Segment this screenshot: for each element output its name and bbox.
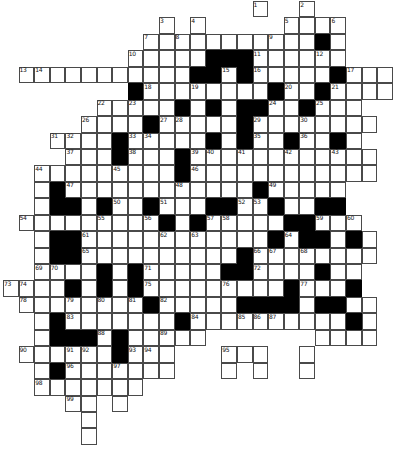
cell[interactable] — [221, 116, 237, 132]
cell[interactable] — [268, 50, 284, 66]
cell[interactable] — [112, 100, 128, 116]
cell[interactable] — [206, 34, 222, 50]
cell[interactable] — [112, 280, 128, 296]
cell[interactable] — [159, 346, 175, 362]
cell[interactable] — [34, 363, 50, 379]
cell[interactable] — [159, 149, 175, 165]
cell[interactable]: 50 — [112, 198, 128, 214]
cell[interactable] — [112, 231, 128, 247]
cell[interactable]: 62 — [159, 231, 175, 247]
cell[interactable] — [143, 330, 159, 346]
cell[interactable] — [112, 313, 128, 329]
cell[interactable]: 66 — [253, 248, 269, 264]
cell[interactable] — [206, 264, 222, 280]
cell[interactable] — [128, 379, 144, 395]
cell[interactable]: 44 — [34, 165, 50, 181]
cell[interactable] — [377, 67, 393, 83]
cell[interactable] — [190, 280, 206, 296]
cell[interactable] — [299, 264, 315, 280]
cell[interactable] — [362, 297, 378, 313]
cell[interactable] — [299, 34, 315, 50]
cell[interactable]: 35 — [253, 133, 269, 149]
cell[interactable]: 70 — [50, 264, 66, 280]
cell[interactable]: 6 — [330, 17, 346, 33]
cell[interactable] — [237, 346, 253, 362]
cell[interactable] — [315, 165, 331, 181]
cell[interactable] — [143, 50, 159, 66]
cell[interactable] — [221, 149, 237, 165]
cell[interactable] — [299, 149, 315, 165]
cell[interactable] — [97, 248, 113, 264]
cell[interactable]: 78 — [19, 297, 35, 313]
cell[interactable] — [237, 231, 253, 247]
cell[interactable] — [65, 165, 81, 181]
cell[interactable] — [81, 165, 97, 181]
cell[interactable] — [128, 313, 144, 329]
cell[interactable]: 26 — [81, 116, 97, 132]
cell[interactable] — [159, 50, 175, 66]
cell[interactable] — [253, 231, 269, 247]
cell[interactable] — [97, 231, 113, 247]
cell[interactable] — [330, 182, 346, 198]
cell[interactable] — [221, 165, 237, 181]
cell[interactable] — [315, 133, 331, 149]
cell[interactable] — [175, 67, 191, 83]
cell[interactable] — [112, 116, 128, 132]
cell[interactable] — [143, 248, 159, 264]
cell[interactable]: 42 — [284, 149, 300, 165]
cell[interactable] — [284, 313, 300, 329]
cell[interactable] — [143, 231, 159, 247]
cell[interactable] — [190, 248, 206, 264]
cell[interactable] — [81, 149, 97, 165]
cell[interactable] — [253, 83, 269, 99]
cell[interactable]: 64 — [284, 231, 300, 247]
cell[interactable]: 18 — [143, 83, 159, 99]
cell[interactable]: 30 — [299, 116, 315, 132]
cell[interactable]: 68 — [299, 248, 315, 264]
cell[interactable] — [284, 100, 300, 116]
cell[interactable] — [159, 165, 175, 181]
cell[interactable]: 15 — [221, 67, 237, 83]
cell[interactable]: 9 — [268, 34, 284, 50]
cell[interactable]: 85 — [237, 313, 253, 329]
cell[interactable]: 41 — [237, 149, 253, 165]
cell[interactable] — [206, 248, 222, 264]
cell[interactable] — [34, 297, 50, 313]
cell[interactable] — [253, 215, 269, 231]
cell[interactable] — [143, 182, 159, 198]
cell[interactable] — [362, 231, 378, 247]
cell[interactable]: 81 — [128, 297, 144, 313]
cell[interactable] — [175, 83, 191, 99]
cell[interactable] — [268, 67, 284, 83]
cell[interactable]: 69 — [34, 264, 50, 280]
cell[interactable]: 79 — [65, 297, 81, 313]
cell[interactable] — [330, 215, 346, 231]
cell[interactable] — [112, 264, 128, 280]
cell[interactable]: 46 — [190, 165, 206, 181]
cell[interactable] — [50, 165, 66, 181]
cell[interactable] — [206, 165, 222, 181]
cell[interactable]: 77 — [299, 280, 315, 296]
cell[interactable]: 65 — [81, 248, 97, 264]
cell[interactable] — [112, 379, 128, 395]
cell[interactable]: 86 — [253, 313, 269, 329]
cell[interactable]: 22 — [97, 100, 113, 116]
cell[interactable] — [284, 264, 300, 280]
cell[interactable]: 29 — [253, 116, 269, 132]
cell[interactable]: 45 — [112, 165, 128, 181]
cell[interactable] — [315, 248, 331, 264]
cell[interactable] — [221, 313, 237, 329]
cell[interactable] — [253, 346, 269, 362]
cell[interactable] — [50, 346, 66, 362]
cell[interactable] — [143, 100, 159, 116]
cell[interactable] — [377, 83, 393, 99]
cell[interactable] — [268, 165, 284, 181]
cell[interactable] — [330, 280, 346, 296]
cell[interactable] — [206, 83, 222, 99]
cell[interactable] — [330, 34, 346, 50]
cell[interactable] — [284, 182, 300, 198]
cell[interactable] — [81, 428, 97, 444]
cell[interactable] — [112, 248, 128, 264]
cell[interactable] — [34, 346, 50, 362]
cell[interactable]: 53 — [253, 198, 269, 214]
cell[interactable] — [97, 116, 113, 132]
cell[interactable]: 32 — [65, 133, 81, 149]
cell[interactable] — [97, 363, 113, 379]
cell[interactable] — [97, 313, 113, 329]
cell[interactable]: 4 — [190, 17, 206, 33]
cell[interactable] — [237, 165, 253, 181]
cell[interactable] — [190, 330, 206, 346]
cell[interactable]: 87 — [268, 313, 284, 329]
cell[interactable] — [159, 264, 175, 280]
cell[interactable] — [206, 231, 222, 247]
cell[interactable] — [159, 133, 175, 149]
cell[interactable] — [346, 116, 362, 132]
cell[interactable]: 63 — [190, 231, 206, 247]
cell[interactable] — [315, 67, 331, 83]
cell[interactable] — [34, 313, 50, 329]
cell[interactable] — [97, 182, 113, 198]
cell[interactable] — [237, 280, 253, 296]
cell[interactable] — [221, 100, 237, 116]
cell[interactable] — [315, 182, 331, 198]
cell[interactable] — [97, 149, 113, 165]
cell[interactable] — [81, 313, 97, 329]
cell[interactable] — [143, 165, 159, 181]
cell[interactable] — [206, 297, 222, 313]
cell[interactable] — [315, 17, 331, 33]
cell[interactable] — [315, 313, 331, 329]
cell[interactable] — [65, 264, 81, 280]
cell[interactable] — [112, 182, 128, 198]
cell[interactable]: 27 — [159, 116, 175, 132]
cell[interactable] — [315, 330, 331, 346]
cell[interactable] — [81, 133, 97, 149]
cell[interactable] — [268, 149, 284, 165]
cell[interactable] — [330, 248, 346, 264]
cell[interactable]: 60 — [346, 215, 362, 231]
cell[interactable] — [190, 50, 206, 66]
cell[interactable]: 80 — [97, 297, 113, 313]
cell[interactable] — [268, 264, 284, 280]
cell[interactable] — [81, 67, 97, 83]
cell[interactable]: 91 — [65, 346, 81, 362]
cell[interactable]: 83 — [65, 313, 81, 329]
cell[interactable] — [346, 83, 362, 99]
cell[interactable] — [299, 297, 315, 313]
cell[interactable] — [206, 313, 222, 329]
cell[interactable]: 52 — [237, 198, 253, 214]
cell[interactable]: 55 — [97, 215, 113, 231]
cell[interactable]: 67 — [268, 248, 284, 264]
cell[interactable] — [299, 67, 315, 83]
cell[interactable]: 92 — [81, 346, 97, 362]
cell[interactable]: 38 — [128, 149, 144, 165]
cell[interactable] — [346, 297, 362, 313]
cell[interactable] — [65, 67, 81, 83]
cell[interactable] — [190, 198, 206, 214]
cell[interactable] — [81, 280, 97, 296]
cell[interactable]: 56 — [143, 215, 159, 231]
cell[interactable]: 12 — [315, 50, 331, 66]
cell[interactable] — [346, 100, 362, 116]
cell[interactable] — [97, 67, 113, 83]
cell[interactable] — [81, 412, 97, 428]
cell[interactable]: 58 — [221, 215, 237, 231]
cell[interactable]: 23 — [128, 100, 144, 116]
cell[interactable] — [175, 231, 191, 247]
cell[interactable] — [143, 67, 159, 83]
cell[interactable] — [143, 149, 159, 165]
cell[interactable] — [128, 248, 144, 264]
cell[interactable] — [330, 100, 346, 116]
cell[interactable] — [221, 248, 237, 264]
cell[interactable] — [34, 231, 50, 247]
cell[interactable] — [34, 182, 50, 198]
cell[interactable] — [299, 17, 315, 33]
cell[interactable] — [65, 215, 81, 231]
cell[interactable] — [284, 248, 300, 264]
cell[interactable] — [175, 50, 191, 66]
cell[interactable]: 74 — [19, 280, 35, 296]
cell[interactable] — [346, 330, 362, 346]
cell[interactable] — [237, 83, 253, 99]
cell[interactable]: 33 — [128, 133, 144, 149]
cell[interactable] — [190, 264, 206, 280]
cell[interactable] — [128, 165, 144, 181]
cell[interactable] — [159, 363, 175, 379]
cell[interactable] — [175, 215, 191, 231]
cell[interactable] — [34, 280, 50, 296]
cell[interactable] — [81, 215, 97, 231]
cell[interactable]: 93 — [128, 346, 144, 362]
cell[interactable] — [81, 396, 97, 412]
cell[interactable] — [253, 280, 269, 296]
cell[interactable] — [330, 264, 346, 280]
cell[interactable] — [190, 297, 206, 313]
cell[interactable] — [128, 231, 144, 247]
cell[interactable]: 94 — [143, 346, 159, 362]
cell[interactable] — [299, 313, 315, 329]
cell[interactable] — [50, 67, 66, 83]
cell[interactable] — [81, 297, 97, 313]
cell[interactable]: 2 — [299, 1, 315, 17]
cell[interactable]: 95 — [221, 346, 237, 362]
cell[interactable] — [253, 34, 269, 50]
cell[interactable]: 49 — [268, 182, 284, 198]
cell[interactable] — [253, 165, 269, 181]
cell[interactable] — [190, 100, 206, 116]
cell[interactable]: 8 — [175, 34, 191, 50]
cell[interactable] — [346, 248, 362, 264]
cell[interactable]: 3 — [159, 17, 175, 33]
cell[interactable]: 84 — [190, 313, 206, 329]
cell[interactable]: 31 — [50, 133, 66, 149]
cell[interactable] — [315, 116, 331, 132]
cell[interactable] — [81, 182, 97, 198]
cell[interactable] — [97, 165, 113, 181]
cell[interactable]: 14 — [34, 67, 50, 83]
cell[interactable]: 5 — [284, 17, 300, 33]
cell[interactable] — [299, 165, 315, 181]
cell[interactable]: 82 — [159, 297, 175, 313]
cell[interactable]: 25 — [315, 100, 331, 116]
cell[interactable] — [362, 149, 378, 165]
cell[interactable] — [128, 363, 144, 379]
cell[interactable] — [65, 379, 81, 395]
cell[interactable] — [112, 215, 128, 231]
cell[interactable] — [190, 116, 206, 132]
cell[interactable] — [299, 198, 315, 214]
cell[interactable]: 21 — [330, 83, 346, 99]
cell[interactable] — [159, 34, 175, 50]
cell[interactable] — [284, 34, 300, 50]
cell[interactable] — [268, 280, 284, 296]
cell[interactable] — [362, 116, 378, 132]
cell[interactable] — [237, 215, 253, 231]
cell[interactable] — [330, 165, 346, 181]
cell[interactable] — [128, 182, 144, 198]
cell[interactable]: 71 — [143, 264, 159, 280]
cell[interactable] — [175, 133, 191, 149]
cell[interactable]: 48 — [175, 182, 191, 198]
cell[interactable]: 39 — [190, 149, 206, 165]
cell[interactable]: 16 — [253, 67, 269, 83]
cell[interactable] — [284, 50, 300, 66]
cell[interactable] — [206, 182, 222, 198]
cell[interactable] — [299, 346, 315, 362]
cell[interactable] — [221, 363, 237, 379]
cell[interactable]: 43 — [330, 149, 346, 165]
cell[interactable] — [221, 297, 237, 313]
cell[interactable] — [362, 83, 378, 99]
cell[interactable] — [299, 363, 315, 379]
cell[interactable]: 96 — [65, 363, 81, 379]
cell[interactable]: 47 — [65, 182, 81, 198]
cell[interactable]: 61 — [81, 231, 97, 247]
cell[interactable] — [268, 215, 284, 231]
cell[interactable] — [34, 248, 50, 264]
cell[interactable] — [112, 67, 128, 83]
cell[interactable]: 75 — [143, 280, 159, 296]
cell[interactable]: 98 — [34, 379, 50, 395]
cell[interactable] — [330, 116, 346, 132]
cell[interactable] — [50, 379, 66, 395]
cell[interactable]: 54 — [19, 215, 35, 231]
cell[interactable] — [34, 215, 50, 231]
cell[interactable] — [330, 231, 346, 247]
cell[interactable] — [159, 313, 175, 329]
cell[interactable] — [175, 248, 191, 264]
cell[interactable] — [81, 264, 97, 280]
cell[interactable] — [315, 280, 331, 296]
cell[interactable] — [221, 133, 237, 149]
cell[interactable] — [346, 264, 362, 280]
cell[interactable]: 34 — [143, 133, 159, 149]
cell[interactable]: 28 — [175, 116, 191, 132]
cell[interactable] — [284, 67, 300, 83]
cell[interactable] — [362, 313, 378, 329]
cell[interactable]: 11 — [253, 50, 269, 66]
cell[interactable] — [299, 182, 315, 198]
cell[interactable] — [159, 100, 175, 116]
cell[interactable] — [362, 165, 378, 181]
cell[interactable]: 13 — [19, 67, 35, 83]
cell[interactable] — [206, 280, 222, 296]
cell[interactable] — [299, 83, 315, 99]
cell[interactable] — [221, 231, 237, 247]
cell[interactable] — [175, 264, 191, 280]
cell[interactable] — [81, 379, 97, 395]
cell[interactable] — [315, 149, 331, 165]
cell[interactable]: 17 — [346, 67, 362, 83]
cell[interactable]: 89 — [159, 330, 175, 346]
cell[interactable] — [237, 182, 253, 198]
cell[interactable] — [50, 280, 66, 296]
cell[interactable]: 72 — [253, 264, 269, 280]
cell[interactable]: 88 — [97, 330, 113, 346]
cell[interactable] — [159, 248, 175, 264]
cell[interactable] — [97, 346, 113, 362]
cell[interactable]: 37 — [65, 149, 81, 165]
cell[interactable] — [159, 280, 175, 296]
cell[interactable] — [362, 330, 378, 346]
cell[interactable]: 97 — [112, 363, 128, 379]
cell[interactable] — [284, 116, 300, 132]
cell[interactable] — [97, 379, 113, 395]
cell[interactable]: 73 — [3, 280, 19, 296]
cell[interactable] — [159, 67, 175, 83]
cell[interactable] — [190, 133, 206, 149]
cell[interactable] — [128, 198, 144, 214]
cell[interactable]: 76 — [221, 280, 237, 296]
cell[interactable] — [221, 83, 237, 99]
cell[interactable] — [362, 67, 378, 83]
cell[interactable] — [175, 280, 191, 296]
cell[interactable] — [112, 396, 128, 412]
cell[interactable] — [253, 363, 269, 379]
cell[interactable] — [268, 133, 284, 149]
cell[interactable] — [159, 182, 175, 198]
cell[interactable] — [237, 34, 253, 50]
cell[interactable] — [330, 313, 346, 329]
cell[interactable]: 20 — [284, 83, 300, 99]
